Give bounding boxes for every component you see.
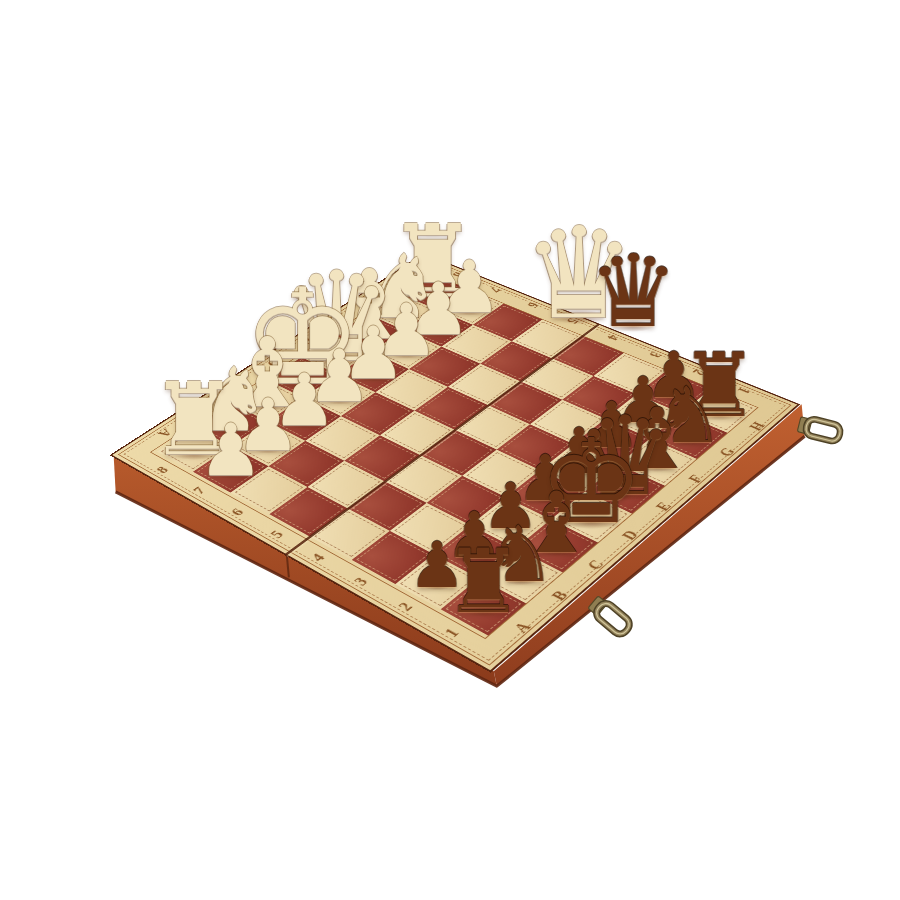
pieces-layer: ♜♟♞♛♛♟♝♟♛♟♚♟♟♝♜♟♟♞♞♟♟♜♝♟♟♛♟♚♟♝♟♞♟♜ — [0, 0, 900, 900]
chess-piece-dark-Q-spare[interactable]: ♛ — [589, 242, 679, 342]
product-photo-stage: 87654321 87654321 ABCDEFGH ABCDEFGH ♜♟♞♛… — [0, 0, 900, 900]
chess-piece-dark-R-a1[interactable]: ♜ — [444, 538, 523, 626]
chess-piece-white-P-a7[interactable]: ♟ — [198, 414, 263, 486]
